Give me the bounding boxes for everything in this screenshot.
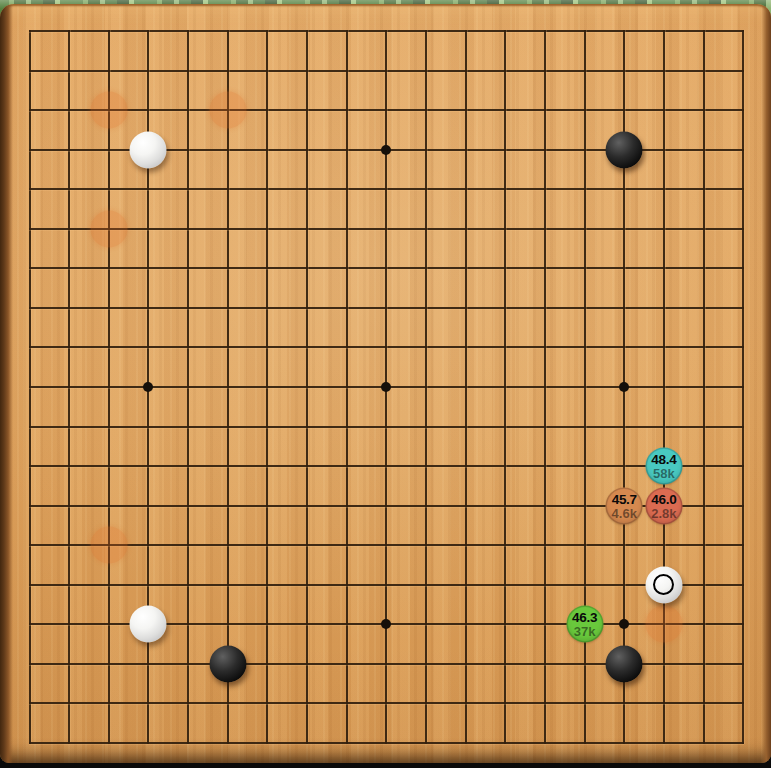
candidate-move-R7[interactable]: 46.02.8k xyxy=(645,487,682,524)
candidate-visits: 37k xyxy=(574,625,596,638)
last-move-marker-icon xyxy=(653,574,674,595)
grid-line-horizontal xyxy=(29,702,745,704)
hint-move-C17[interactable] xyxy=(90,92,127,129)
candidate-winrate: 45.7 xyxy=(612,492,637,506)
grid-line-horizontal xyxy=(29,426,745,428)
star-point xyxy=(619,382,629,392)
grid-line-vertical xyxy=(742,30,744,744)
white-stone-D4 xyxy=(130,606,167,643)
white-stone-R5 xyxy=(645,566,682,603)
hint-move-C14[interactable] xyxy=(90,210,127,247)
go-analysis-screen: 48.458k45.74.6k46.02.8k46.337k xyxy=(0,0,771,768)
board-layer: 48.458k45.74.6k46.02.8k46.337k xyxy=(0,4,771,763)
candidate-winrate: 46.0 xyxy=(651,492,676,506)
grid-line-horizontal xyxy=(29,544,745,546)
candidate-visits: 2.8k xyxy=(651,506,676,519)
star-point xyxy=(381,619,391,629)
star-point xyxy=(381,145,391,155)
candidate-visits: 4.6k xyxy=(612,506,637,519)
star-point xyxy=(619,619,629,629)
candidate-move-P4[interactable]: 46.337k xyxy=(566,606,603,643)
black-stone-F3 xyxy=(209,645,246,682)
star-point xyxy=(143,382,153,392)
hint-move-F17[interactable] xyxy=(209,92,246,129)
candidate-winrate: 46.3 xyxy=(572,611,597,625)
candidate-visits: 58k xyxy=(653,467,675,480)
candidate-move-Q7[interactable]: 45.74.6k xyxy=(606,487,643,524)
hint-move-R4[interactable] xyxy=(645,606,682,643)
white-stone-D16 xyxy=(130,131,167,168)
star-point xyxy=(381,382,391,392)
go-board[interactable]: 48.458k45.74.6k46.02.8k46.337k xyxy=(0,4,771,763)
grid-line-vertical xyxy=(703,30,705,744)
grid-line-vertical xyxy=(544,30,546,744)
hint-move-C6[interactable] xyxy=(90,527,127,564)
grid-line-vertical xyxy=(504,30,506,744)
candidate-winrate: 48.4 xyxy=(651,453,676,467)
grid-line-vertical xyxy=(425,30,427,744)
grid-line-vertical xyxy=(465,30,467,744)
grid-line-horizontal xyxy=(29,584,745,586)
black-stone-Q16 xyxy=(606,131,643,168)
candidate-move-R8[interactable]: 48.458k xyxy=(645,448,682,485)
black-stone-Q3 xyxy=(606,645,643,682)
grid-line-horizontal xyxy=(29,465,745,467)
grid-line-horizontal xyxy=(29,742,745,744)
